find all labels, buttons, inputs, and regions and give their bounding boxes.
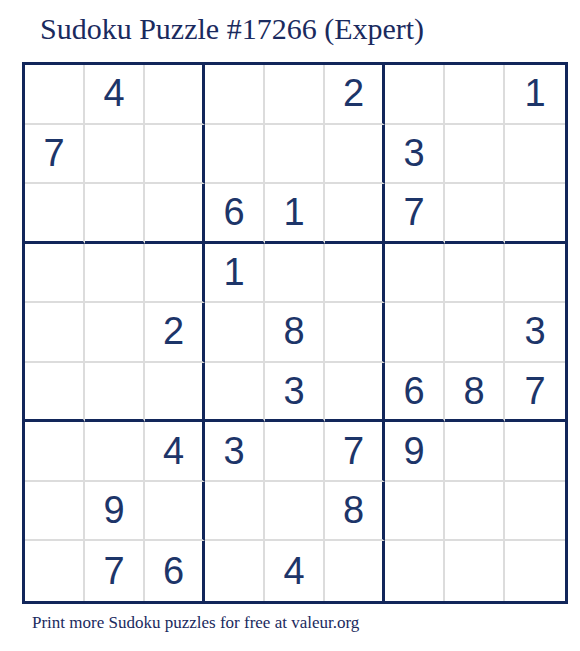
- cell-r9c4: [205, 541, 265, 601]
- cell-r4c2: [85, 244, 145, 304]
- cell-r1c2: 4: [85, 65, 145, 125]
- cell-r9c8: [445, 541, 505, 601]
- cell-r8c2: 9: [85, 482, 145, 542]
- cell-r5c5: 8: [265, 303, 325, 363]
- cell-r7c8: [445, 422, 505, 482]
- cell-r9c3: 6: [145, 541, 205, 601]
- cell-r5c3: 2: [145, 303, 205, 363]
- cell-r1c3: [145, 65, 205, 125]
- cell-r7c4: 3: [205, 422, 265, 482]
- cell-r4c9: [505, 244, 565, 304]
- cell-r8c1: [25, 482, 85, 542]
- cell-r8c5: [265, 482, 325, 542]
- cell-r4c1: [25, 244, 85, 304]
- cell-r2c8: [445, 125, 505, 185]
- footer-text: Print more Sudoku puzzles for free at va…: [32, 612, 359, 634]
- cell-r1c8: [445, 65, 505, 125]
- cell-r9c5: 4: [265, 541, 325, 601]
- cell-r4c3: [145, 244, 205, 304]
- cell-r5c9: 3: [505, 303, 565, 363]
- cell-r3c9: [505, 184, 565, 244]
- cell-r7c5: [265, 422, 325, 482]
- cell-r2c9: [505, 125, 565, 185]
- cell-r6c3: [145, 363, 205, 423]
- cell-r4c6: [325, 244, 385, 304]
- cell-r4c8: [445, 244, 505, 304]
- cell-r2c6: [325, 125, 385, 185]
- cell-r1c6: 2: [325, 65, 385, 125]
- cell-r4c5: [265, 244, 325, 304]
- cell-r9c9: [505, 541, 565, 601]
- cell-r2c1: 7: [25, 125, 85, 185]
- cell-r3c1: [25, 184, 85, 244]
- cell-r9c7: [385, 541, 445, 601]
- cell-r6c8: 8: [445, 363, 505, 423]
- cell-r3c8: [445, 184, 505, 244]
- cell-r2c3: [145, 125, 205, 185]
- page-title: Sudoku Puzzle #17266 (Expert): [40, 11, 424, 47]
- cell-r2c2: [85, 125, 145, 185]
- cell-r3c5: 1: [265, 184, 325, 244]
- cell-r7c3: 4: [145, 422, 205, 482]
- cell-r5c4: [205, 303, 265, 363]
- cell-r5c8: [445, 303, 505, 363]
- cell-r8c4: [205, 482, 265, 542]
- cell-r7c1: [25, 422, 85, 482]
- cell-r5c7: [385, 303, 445, 363]
- cell-r3c2: [85, 184, 145, 244]
- cell-r6c5: 3: [265, 363, 325, 423]
- cell-r1c4: [205, 65, 265, 125]
- cell-r9c1: [25, 541, 85, 601]
- cell-r6c1: [25, 363, 85, 423]
- cell-r6c2: [85, 363, 145, 423]
- cell-r3c6: [325, 184, 385, 244]
- cell-r7c7: 9: [385, 422, 445, 482]
- cell-r4c4: 1: [205, 244, 265, 304]
- sudoku-board: 4217361712833687437998764: [22, 62, 568, 604]
- cell-r1c1: [25, 65, 85, 125]
- cell-r8c6: 8: [325, 482, 385, 542]
- cell-r8c9: [505, 482, 565, 542]
- cell-r8c8: [445, 482, 505, 542]
- cell-r7c9: [505, 422, 565, 482]
- cell-r7c2: [85, 422, 145, 482]
- cell-r3c3: [145, 184, 205, 244]
- cell-r6c7: 6: [385, 363, 445, 423]
- cell-r2c4: [205, 125, 265, 185]
- cell-r1c9: 1: [505, 65, 565, 125]
- cell-r1c5: [265, 65, 325, 125]
- cell-r2c7: 3: [385, 125, 445, 185]
- cell-r5c6: [325, 303, 385, 363]
- cell-r8c3: [145, 482, 205, 542]
- cell-r6c4: [205, 363, 265, 423]
- cell-r5c2: [85, 303, 145, 363]
- cell-r6c6: [325, 363, 385, 423]
- cell-r7c6: 7: [325, 422, 385, 482]
- cell-r1c7: [385, 65, 445, 125]
- cell-r6c9: 7: [505, 363, 565, 423]
- cell-r3c4: 6: [205, 184, 265, 244]
- cell-r9c6: [325, 541, 385, 601]
- cell-r8c7: [385, 482, 445, 542]
- sudoku-page: Sudoku Puzzle #17266 (Expert) 4217361712…: [0, 0, 580, 651]
- cell-r5c1: [25, 303, 85, 363]
- cell-r4c7: [385, 244, 445, 304]
- cell-r9c2: 7: [85, 541, 145, 601]
- cell-r2c5: [265, 125, 325, 185]
- cell-r3c7: 7: [385, 184, 445, 244]
